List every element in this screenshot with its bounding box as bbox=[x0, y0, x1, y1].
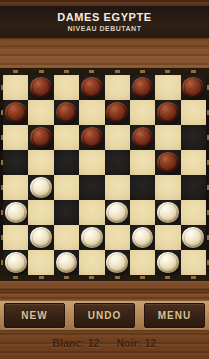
board-cell[interactable] bbox=[155, 150, 180, 175]
board-cell[interactable] bbox=[181, 125, 206, 150]
new-button[interactable]: NEW bbox=[4, 303, 65, 328]
board-cell[interactable] bbox=[181, 150, 206, 175]
menu-button[interactable]: MENU bbox=[144, 303, 205, 328]
white-piece[interactable] bbox=[81, 227, 103, 249]
board-cell[interactable] bbox=[28, 175, 53, 200]
black-piece[interactable] bbox=[157, 152, 179, 174]
board-cell[interactable] bbox=[105, 75, 130, 100]
board-cell[interactable] bbox=[3, 250, 28, 275]
board-cell[interactable] bbox=[79, 250, 104, 275]
board-cell[interactable] bbox=[3, 225, 28, 250]
board-cell[interactable] bbox=[155, 250, 180, 275]
board-cell[interactable] bbox=[181, 200, 206, 225]
board-cell[interactable] bbox=[105, 150, 130, 175]
header-bar: DAMES EGYPTE NIVEAU DEBUTANT bbox=[0, 6, 209, 38]
board-cell[interactable] bbox=[54, 175, 79, 200]
board-cell[interactable] bbox=[181, 250, 206, 275]
board bbox=[3, 75, 206, 275]
white-piece[interactable] bbox=[5, 252, 27, 274]
white-piece[interactable] bbox=[106, 202, 128, 224]
board-cell[interactable] bbox=[79, 125, 104, 150]
frame-ticks-top bbox=[3, 70, 206, 73]
board-cell[interactable] bbox=[105, 200, 130, 225]
board-cell[interactable] bbox=[181, 75, 206, 100]
black-piece[interactable] bbox=[132, 77, 154, 99]
board-cell[interactable] bbox=[105, 100, 130, 125]
board-cell[interactable] bbox=[130, 150, 155, 175]
white-piece[interactable] bbox=[30, 177, 52, 199]
black-piece[interactable] bbox=[132, 127, 154, 149]
board-cell[interactable] bbox=[130, 250, 155, 275]
black-count: Noir: 12 bbox=[117, 338, 157, 349]
board-cell[interactable] bbox=[54, 75, 79, 100]
board-cell[interactable] bbox=[28, 200, 53, 225]
board-cell[interactable] bbox=[3, 100, 28, 125]
white-piece[interactable] bbox=[157, 252, 179, 274]
black-piece[interactable] bbox=[157, 102, 179, 124]
board-cell[interactable] bbox=[54, 150, 79, 175]
board-cell[interactable] bbox=[130, 225, 155, 250]
board-cell[interactable] bbox=[28, 150, 53, 175]
board-cell[interactable] bbox=[130, 75, 155, 100]
board-cell[interactable] bbox=[3, 150, 28, 175]
board-cell[interactable] bbox=[54, 225, 79, 250]
app-title: DAMES EGYPTE bbox=[57, 11, 152, 23]
board-cell[interactable] bbox=[54, 100, 79, 125]
white-piece[interactable] bbox=[30, 227, 52, 249]
board-cell[interactable] bbox=[105, 250, 130, 275]
white-piece[interactable] bbox=[182, 227, 204, 249]
black-piece[interactable] bbox=[81, 77, 103, 99]
piece-count-status: Blanc: 12 Noir: 12 bbox=[0, 338, 209, 349]
level-subtitle: NIVEAU DEBUTANT bbox=[68, 25, 142, 33]
board-cell[interactable] bbox=[28, 125, 53, 150]
button-bar: NEW UNDO MENU bbox=[0, 300, 209, 331]
board-cell[interactable] bbox=[54, 125, 79, 150]
board-cell[interactable] bbox=[155, 200, 180, 225]
black-piece[interactable] bbox=[30, 127, 52, 149]
board-cell[interactable] bbox=[3, 75, 28, 100]
wood-grain-line bbox=[0, 47, 209, 49]
board-cell[interactable] bbox=[3, 125, 28, 150]
board-cell[interactable] bbox=[181, 100, 206, 125]
black-piece[interactable] bbox=[5, 102, 27, 124]
white-count: Blanc: 12 bbox=[53, 338, 100, 349]
board-cell[interactable] bbox=[79, 175, 104, 200]
board-cell[interactable] bbox=[130, 175, 155, 200]
board-cell[interactable] bbox=[28, 225, 53, 250]
board-cell[interactable] bbox=[28, 100, 53, 125]
board-cell[interactable] bbox=[79, 100, 104, 125]
white-piece[interactable] bbox=[5, 202, 27, 224]
board-cell[interactable] bbox=[155, 100, 180, 125]
board-cell[interactable] bbox=[105, 175, 130, 200]
app-screen: DAMES EGYPTE NIVEAU DEBUTANT NEW UNDO ME… bbox=[0, 0, 209, 359]
board-cell[interactable] bbox=[105, 225, 130, 250]
white-piece[interactable] bbox=[106, 252, 128, 274]
board-cell[interactable] bbox=[79, 200, 104, 225]
frame-ticks-bottom bbox=[3, 276, 206, 279]
board-frame bbox=[0, 68, 209, 281]
board-cell[interactable] bbox=[79, 150, 104, 175]
black-piece[interactable] bbox=[182, 77, 204, 99]
white-piece[interactable] bbox=[56, 252, 78, 274]
frame-ticks-right bbox=[207, 75, 209, 275]
board-cell[interactable] bbox=[155, 175, 180, 200]
board-cell[interactable] bbox=[54, 250, 79, 275]
board-cell[interactable] bbox=[130, 100, 155, 125]
board-cell[interactable] bbox=[79, 225, 104, 250]
board-cell[interactable] bbox=[155, 75, 180, 100]
black-piece[interactable] bbox=[56, 102, 78, 124]
black-piece[interactable] bbox=[30, 77, 52, 99]
board-cell[interactable] bbox=[3, 175, 28, 200]
board-cell[interactable] bbox=[130, 125, 155, 150]
board-cell[interactable] bbox=[105, 125, 130, 150]
board-cell[interactable] bbox=[130, 200, 155, 225]
undo-button[interactable]: UNDO bbox=[74, 303, 135, 328]
black-piece[interactable] bbox=[81, 127, 103, 149]
board-cell[interactable] bbox=[28, 250, 53, 275]
board-cell[interactable] bbox=[155, 225, 180, 250]
board-cell[interactable] bbox=[28, 75, 53, 100]
white-piece[interactable] bbox=[132, 227, 154, 249]
board-cell[interactable] bbox=[79, 75, 104, 100]
white-piece[interactable] bbox=[157, 202, 179, 224]
board-cell[interactable] bbox=[3, 200, 28, 225]
board-cell[interactable] bbox=[181, 225, 206, 250]
wood-grain-line bbox=[0, 289, 209, 294]
black-piece[interactable] bbox=[106, 102, 128, 124]
board-cell[interactable] bbox=[181, 175, 206, 200]
board-cell[interactable] bbox=[155, 125, 180, 150]
board-cell[interactable] bbox=[54, 200, 79, 225]
